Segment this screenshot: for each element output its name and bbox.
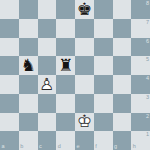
square-f2[interactable] xyxy=(94,113,113,132)
square-e6[interactable] xyxy=(75,38,94,57)
square-g1[interactable]: g xyxy=(113,131,132,150)
square-g4[interactable] xyxy=(113,75,132,94)
file-label: a xyxy=(2,144,5,150)
square-g2[interactable] xyxy=(113,113,132,132)
piece-white-pawn[interactable]: ♟︎♙ xyxy=(38,75,57,94)
square-g8[interactable] xyxy=(113,0,132,19)
square-e4[interactable] xyxy=(75,75,94,94)
square-g7[interactable] xyxy=(113,19,132,38)
square-c8[interactable] xyxy=(38,0,57,19)
file-label: g xyxy=(114,144,117,150)
square-a1[interactable]: a xyxy=(0,131,19,150)
square-a4[interactable] xyxy=(0,75,19,94)
rank-label: 8 xyxy=(146,1,149,7)
rank-label: 3 xyxy=(146,95,149,101)
rank-label: 4 xyxy=(146,76,149,82)
square-f7[interactable] xyxy=(94,19,113,38)
file-label: b xyxy=(20,144,23,150)
square-a3[interactable] xyxy=(0,94,19,113)
square-e3[interactable] xyxy=(75,94,94,113)
piece-black-knight[interactable]: ♞ xyxy=(19,56,38,75)
square-b6[interactable] xyxy=(19,38,38,57)
square-e1[interactable]: e xyxy=(75,131,94,150)
piece-black-king[interactable]: ♚ xyxy=(75,0,94,19)
square-h5[interactable]: 5 xyxy=(131,56,150,75)
square-b1[interactable]: b xyxy=(19,131,38,150)
square-a5[interactable] xyxy=(0,56,19,75)
square-e7[interactable] xyxy=(75,19,94,38)
piece-white-king[interactable]: ♚♔ xyxy=(75,113,94,132)
rank-label: 2 xyxy=(146,114,149,120)
square-h8[interactable]: 8 xyxy=(131,0,150,19)
square-e2[interactable]: ♚♔ xyxy=(75,113,94,132)
square-f8[interactable] xyxy=(94,0,113,19)
square-c7[interactable] xyxy=(38,19,57,38)
piece-black-rook[interactable]: ♜ xyxy=(56,56,75,75)
square-g6[interactable] xyxy=(113,38,132,57)
square-h4[interactable]: 4 xyxy=(131,75,150,94)
square-d1[interactable]: d xyxy=(56,131,75,150)
square-d8[interactable] xyxy=(56,0,75,19)
file-label: h xyxy=(133,144,136,150)
square-b7[interactable] xyxy=(19,19,38,38)
square-h3[interactable]: 3 xyxy=(131,94,150,113)
square-e5[interactable] xyxy=(75,56,94,75)
square-c6[interactable] xyxy=(38,38,57,57)
square-b8[interactable] xyxy=(19,0,38,19)
square-d2[interactable] xyxy=(56,113,75,132)
square-b3[interactable] xyxy=(19,94,38,113)
square-d3[interactable] xyxy=(56,94,75,113)
square-b2[interactable] xyxy=(19,113,38,132)
square-f6[interactable] xyxy=(94,38,113,57)
file-label: d xyxy=(58,144,61,150)
square-h7[interactable]: 7 xyxy=(131,19,150,38)
chess-board: ♚876♞♜5♟︎♙43♚♔2abcdefg1h xyxy=(0,0,150,150)
square-c4[interactable]: ♟︎♙ xyxy=(38,75,57,94)
square-f1[interactable]: f xyxy=(94,131,113,150)
file-label: f xyxy=(95,144,97,150)
square-h6[interactable]: 6 xyxy=(131,38,150,57)
square-a7[interactable] xyxy=(0,19,19,38)
square-b4[interactable] xyxy=(19,75,38,94)
square-c3[interactable] xyxy=(38,94,57,113)
square-d6[interactable] xyxy=(56,38,75,57)
rank-label: 7 xyxy=(146,20,149,26)
square-c5[interactable] xyxy=(38,56,57,75)
square-f5[interactable] xyxy=(94,56,113,75)
square-c2[interactable] xyxy=(38,113,57,132)
square-c1[interactable]: c xyxy=(38,131,57,150)
square-a8[interactable] xyxy=(0,0,19,19)
rank-label: 6 xyxy=(146,39,149,45)
square-e8[interactable]: ♚ xyxy=(75,0,94,19)
square-a6[interactable] xyxy=(0,38,19,57)
white-king-outline: ♔ xyxy=(75,113,94,132)
square-h2[interactable]: 2 xyxy=(131,113,150,132)
file-label: e xyxy=(77,144,80,150)
square-f3[interactable] xyxy=(94,94,113,113)
white-pawn-outline: ♙ xyxy=(38,75,57,94)
file-label: c xyxy=(39,144,42,150)
square-g5[interactable] xyxy=(113,56,132,75)
square-a2[interactable] xyxy=(0,113,19,132)
square-d5[interactable]: ♜ xyxy=(56,56,75,75)
square-d4[interactable] xyxy=(56,75,75,94)
rank-label: 5 xyxy=(146,57,149,63)
square-g3[interactable] xyxy=(113,94,132,113)
square-d7[interactable] xyxy=(56,19,75,38)
rank-label: 1 xyxy=(146,132,149,138)
square-h1[interactable]: 1h xyxy=(131,131,150,150)
square-f4[interactable] xyxy=(94,75,113,94)
square-b5[interactable]: ♞ xyxy=(19,56,38,75)
